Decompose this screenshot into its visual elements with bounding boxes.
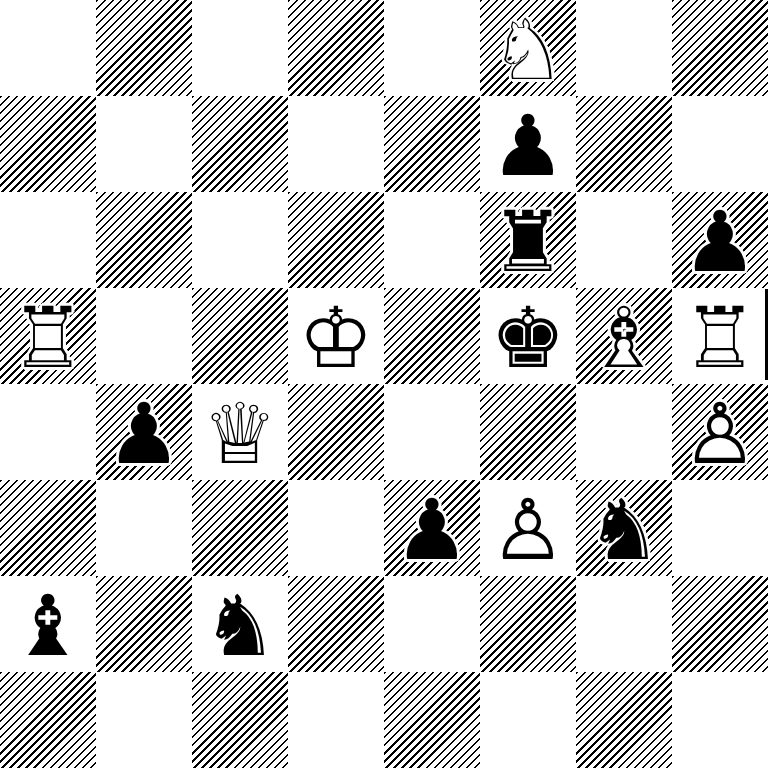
square-h4[interactable]: ♟♙ [672, 384, 768, 480]
square-g5[interactable]: ♝♗ [576, 288, 672, 384]
square-f4[interactable] [480, 384, 576, 480]
square-d8[interactable] [288, 0, 384, 96]
white-knight-f8: ♞♘ [480, 0, 576, 96]
piece-glyph: ♟ [384, 480, 480, 576]
piece-glyph: ♗ [576, 288, 672, 384]
square-h7[interactable] [672, 96, 768, 192]
square-a2[interactable]: ♝♝ [0, 576, 96, 672]
chess-board: ♞♘♟♟♜♜♟♟♜♖♚♔♚♚♝♗♜♖♟♟♛♕♟♙♟♟♟♙♞♞♝♝♞♞ [0, 0, 768, 768]
black-knight-g3: ♞♞ [576, 480, 672, 576]
white-rook-h5: ♜♖ [672, 288, 768, 384]
square-e1[interactable] [384, 672, 480, 768]
square-a6[interactable] [0, 192, 96, 288]
square-b4[interactable]: ♟♟ [96, 384, 192, 480]
square-h2[interactable] [672, 576, 768, 672]
square-f8[interactable]: ♞♘ [480, 0, 576, 96]
square-e2[interactable] [384, 576, 480, 672]
piece-glyph: ♟ [672, 192, 768, 288]
black-pawn-b4: ♟♟ [96, 384, 192, 480]
square-e3[interactable]: ♟♟ [384, 480, 480, 576]
square-b6[interactable] [96, 192, 192, 288]
piece-glyph: ♞ [192, 576, 288, 672]
piece-glyph: ♙ [672, 384, 768, 480]
piece-glyph: ♖ [672, 288, 768, 384]
piece-glyph: ♝ [0, 576, 96, 672]
square-g2[interactable] [576, 576, 672, 672]
square-c5[interactable] [192, 288, 288, 384]
square-g6[interactable] [576, 192, 672, 288]
square-e4[interactable] [384, 384, 480, 480]
white-pawn-f3: ♟♙ [480, 480, 576, 576]
black-rook-f6: ♜♜ [480, 192, 576, 288]
square-d4[interactable] [288, 384, 384, 480]
piece-glyph: ♔ [288, 288, 384, 384]
square-a3[interactable] [0, 480, 96, 576]
square-b2[interactable] [96, 576, 192, 672]
square-g4[interactable] [576, 384, 672, 480]
square-g8[interactable] [576, 0, 672, 96]
square-b3[interactable] [96, 480, 192, 576]
square-e5[interactable] [384, 288, 480, 384]
black-king-f5: ♚♚ [480, 288, 576, 384]
piece-glyph: ♘ [480, 0, 576, 96]
square-h3[interactable] [672, 480, 768, 576]
square-d6[interactable] [288, 192, 384, 288]
black-pawn-h6: ♟♟ [672, 192, 768, 288]
square-f3[interactable]: ♟♙ [480, 480, 576, 576]
black-bishop-a2: ♝♝ [0, 576, 96, 672]
square-a5[interactable]: ♜♖ [0, 288, 96, 384]
square-d1[interactable] [288, 672, 384, 768]
piece-glyph: ♞ [576, 480, 672, 576]
white-queen-c4: ♛♕ [192, 384, 288, 480]
square-a8[interactable] [0, 0, 96, 96]
square-f5[interactable]: ♚♚ [480, 288, 576, 384]
square-a7[interactable] [0, 96, 96, 192]
white-pawn-h4: ♟♙ [672, 384, 768, 480]
square-h5[interactable]: ♜♖ [672, 288, 768, 384]
square-c3[interactable] [192, 480, 288, 576]
piece-glyph: ♚ [480, 288, 576, 384]
square-b7[interactable] [96, 96, 192, 192]
square-d3[interactable] [288, 480, 384, 576]
square-f6[interactable]: ♜♜ [480, 192, 576, 288]
square-c1[interactable] [192, 672, 288, 768]
square-d2[interactable] [288, 576, 384, 672]
square-e8[interactable] [384, 0, 480, 96]
square-e7[interactable] [384, 96, 480, 192]
piece-glyph: ♖ [0, 288, 96, 384]
square-g1[interactable] [576, 672, 672, 768]
square-f1[interactable] [480, 672, 576, 768]
black-pawn-f7: ♟♟ [480, 96, 576, 192]
piece-glyph: ♕ [192, 384, 288, 480]
square-f7[interactable]: ♟♟ [480, 96, 576, 192]
square-c6[interactable] [192, 192, 288, 288]
square-b5[interactable] [96, 288, 192, 384]
square-a1[interactable] [0, 672, 96, 768]
square-f2[interactable] [480, 576, 576, 672]
square-a4[interactable] [0, 384, 96, 480]
square-d5[interactable]: ♚♔ [288, 288, 384, 384]
piece-glyph: ♜ [480, 192, 576, 288]
square-c2[interactable]: ♞♞ [192, 576, 288, 672]
square-g3[interactable]: ♞♞ [576, 480, 672, 576]
white-king-d5: ♚♔ [288, 288, 384, 384]
square-h1[interactable] [672, 672, 768, 768]
square-e6[interactable] [384, 192, 480, 288]
piece-glyph: ♙ [480, 480, 576, 576]
square-b8[interactable] [96, 0, 192, 96]
square-c4[interactable]: ♛♕ [192, 384, 288, 480]
piece-glyph: ♟ [96, 384, 192, 480]
square-c8[interactable] [192, 0, 288, 96]
square-c7[interactable] [192, 96, 288, 192]
white-bishop-g5: ♝♗ [576, 288, 672, 384]
square-h8[interactable] [672, 0, 768, 96]
piece-glyph: ♟ [480, 96, 576, 192]
square-g7[interactable] [576, 96, 672, 192]
square-d7[interactable] [288, 96, 384, 192]
white-rook-a5: ♜♖ [0, 288, 96, 384]
chess-board-wrap: ♞♘♟♟♜♜♟♟♜♖♚♔♚♚♝♗♜♖♟♟♛♕♟♙♟♟♟♙♞♞♝♝♞♞ [0, 0, 768, 768]
black-pawn-e3: ♟♟ [384, 480, 480, 576]
square-b1[interactable] [96, 672, 192, 768]
black-knight-c2: ♞♞ [192, 576, 288, 672]
square-h6[interactable]: ♟♟ [672, 192, 768, 288]
